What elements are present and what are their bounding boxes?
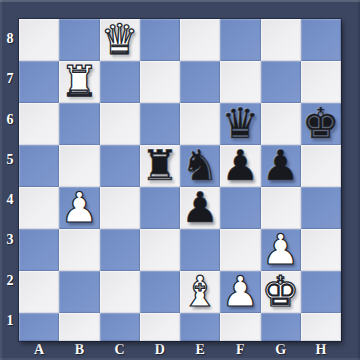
file-label-e: E [180, 341, 220, 360]
square-c8[interactable]: ♛ [100, 19, 140, 61]
rank-label-4: 4 [0, 180, 19, 220]
rank-label-7: 7 [0, 59, 19, 99]
square-b6[interactable] [59, 103, 99, 145]
square-c6[interactable] [100, 103, 140, 145]
file-label-h: H [301, 341, 341, 360]
square-b1[interactable] [59, 313, 99, 341]
rank-label-2: 2 [0, 261, 19, 301]
square-g4[interactable] [261, 187, 301, 229]
white-pawn[interactable]: ♟ [262, 229, 300, 271]
square-d2[interactable] [140, 271, 180, 313]
square-g1[interactable] [261, 313, 301, 341]
black-pawn[interactable]: ♟ [181, 187, 219, 229]
square-f7[interactable] [220, 61, 260, 103]
square-h5[interactable] [301, 145, 341, 187]
rank-labels: 87654321 [0, 19, 19, 341]
file-label-c: C [100, 341, 140, 360]
square-d7[interactable] [140, 61, 180, 103]
square-f1[interactable] [220, 313, 260, 341]
square-e1[interactable] [180, 313, 220, 341]
file-label-g: G [261, 341, 301, 360]
square-h3[interactable] [301, 229, 341, 271]
square-e4[interactable]: ♟ [180, 187, 220, 229]
square-c7[interactable] [100, 61, 140, 103]
white-rook[interactable]: ♜ [61, 61, 99, 103]
rank-label-8: 8 [0, 19, 19, 59]
square-a2[interactable] [19, 271, 59, 313]
square-h8[interactable] [301, 19, 341, 61]
square-a6[interactable] [19, 103, 59, 145]
square-e8[interactable] [180, 19, 220, 61]
square-b7[interactable]: ♜ [59, 61, 99, 103]
square-a7[interactable] [19, 61, 59, 103]
white-king[interactable]: ♚ [262, 271, 300, 313]
square-f8[interactable] [220, 19, 260, 61]
square-f4[interactable] [220, 187, 260, 229]
black-pawn[interactable]: ♟ [222, 145, 260, 187]
square-h4[interactable] [301, 187, 341, 229]
square-g2[interactable]: ♚ [261, 271, 301, 313]
white-pawn[interactable]: ♟ [61, 187, 99, 229]
square-d8[interactable] [140, 19, 180, 61]
square-b8[interactable] [59, 19, 99, 61]
square-f2[interactable]: ♟ [220, 271, 260, 313]
white-bishop[interactable]: ♝ [181, 271, 219, 313]
square-g7[interactable] [261, 61, 301, 103]
square-f5[interactable]: ♟ [220, 145, 260, 187]
square-e3[interactable] [180, 229, 220, 271]
file-label-b: B [59, 341, 99, 360]
white-pawn[interactable]: ♟ [222, 271, 260, 313]
square-g5[interactable]: ♟ [261, 145, 301, 187]
square-d3[interactable] [140, 229, 180, 271]
square-a8[interactable] [19, 19, 59, 61]
square-e2[interactable]: ♝ [180, 271, 220, 313]
rank-label-5: 5 [0, 140, 19, 180]
square-h6[interactable]: ♚ [301, 103, 341, 145]
file-labels: ABCDEFGH [19, 341, 341, 360]
square-c2[interactable] [100, 271, 140, 313]
square-a5[interactable] [19, 145, 59, 187]
black-knight[interactable]: ♞ [181, 145, 219, 187]
square-c5[interactable] [100, 145, 140, 187]
square-c4[interactable] [100, 187, 140, 229]
square-b4[interactable]: ♟ [59, 187, 99, 229]
square-d5[interactable]: ♜ [140, 145, 180, 187]
square-b3[interactable] [59, 229, 99, 271]
square-b5[interactable] [59, 145, 99, 187]
square-c3[interactable] [100, 229, 140, 271]
chess-board: ♛♜♛♚♜♞♟♟♟♟♟♝♟♚ [19, 19, 341, 341]
square-d4[interactable] [140, 187, 180, 229]
file-label-d: D [140, 341, 180, 360]
black-rook[interactable]: ♜ [141, 145, 179, 187]
square-h7[interactable] [301, 61, 341, 103]
square-e6[interactable] [180, 103, 220, 145]
square-d1[interactable] [140, 313, 180, 341]
square-c1[interactable] [100, 313, 140, 341]
square-g6[interactable] [261, 103, 301, 145]
rank-label-3: 3 [0, 220, 19, 260]
chess-board-frame: 87654321 ABCDEFGH ♛♜♛♚♜♞♟♟♟♟♟♝♟♚ [0, 0, 360, 360]
square-b2[interactable] [59, 271, 99, 313]
file-label-f: F [220, 341, 260, 360]
black-pawn[interactable]: ♟ [262, 145, 300, 187]
black-king[interactable]: ♚ [302, 103, 340, 145]
square-f3[interactable] [220, 229, 260, 271]
square-f6[interactable]: ♛ [220, 103, 260, 145]
square-e7[interactable] [180, 61, 220, 103]
square-a1[interactable] [19, 313, 59, 341]
black-queen[interactable]: ♛ [222, 103, 260, 145]
white-queen[interactable]: ♛ [101, 19, 139, 61]
square-e5[interactable]: ♞ [180, 145, 220, 187]
square-a3[interactable] [19, 229, 59, 271]
square-g3[interactable]: ♟ [261, 229, 301, 271]
file-label-a: A [19, 341, 59, 360]
square-a4[interactable] [19, 187, 59, 229]
square-h1[interactable] [301, 313, 341, 341]
square-g8[interactable] [261, 19, 301, 61]
rank-label-6: 6 [0, 100, 19, 140]
square-d6[interactable] [140, 103, 180, 145]
rank-label-1: 1 [0, 301, 19, 341]
square-h2[interactable] [301, 271, 341, 313]
